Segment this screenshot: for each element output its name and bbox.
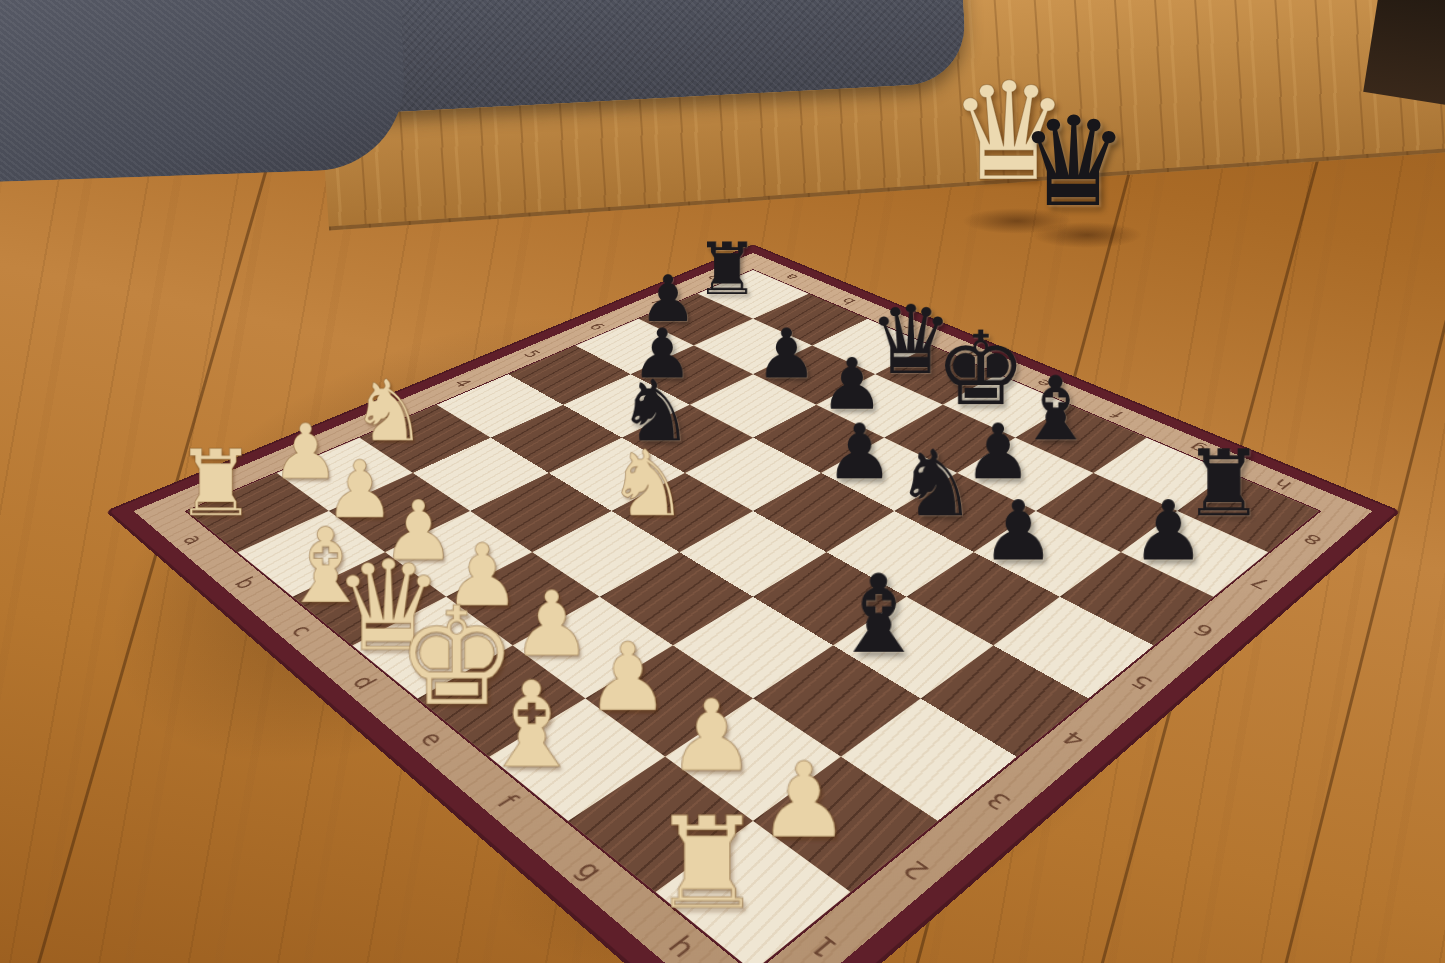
white-pawn-h2[interactable]: ♟ — [757, 748, 851, 852]
black-bishop-g4[interactable]: ♝ — [830, 561, 927, 670]
captured-black-queen[interactable]: ♛ — [1018, 100, 1129, 224]
black-pawn-e6[interactable]: ♟ — [825, 414, 893, 490]
square-d4[interactable]: ♞ — [612, 473, 753, 552]
white-rook-h1[interactable]: ♜ — [650, 800, 764, 927]
black-knight-f6[interactable]: ♞ — [895, 438, 977, 530]
white-knight-d4[interactable]: ♞ — [607, 438, 689, 530]
white-pawn-f2[interactable]: ♟ — [586, 630, 671, 724]
white-pawn-g2[interactable]: ♟ — [667, 686, 756, 785]
black-rook-a8[interactable]: ♜ — [695, 233, 759, 305]
black-king-e8[interactable]: ♚ — [935, 318, 1026, 420]
white-rook-a1[interactable]: ♜ — [175, 438, 257, 530]
photo-scene: ♜♛♚♝♜♟♟♟♟♟♟♟♞♟♞♞♝♞♟♟♟♟♟♟♟♟♜♝♛♚♝♜ aa11bb2… — [0, 0, 1445, 963]
black-pawn-c7[interactable]: ♟ — [756, 320, 817, 389]
black-pawn-h7[interactable]: ♟ — [1131, 490, 1205, 573]
sofa-arm-cushion — [0, 0, 407, 182]
black-pawn-g6[interactable]: ♟ — [981, 490, 1055, 573]
white-knight-a3[interactable]: ♞ — [351, 369, 427, 454]
table-corner-shadow — [1363, 0, 1445, 107]
white-bishop-f1[interactable]: ♝ — [478, 666, 585, 785]
chess-board: ♜♛♚♝♜♟♟♟♟♟♟♟♞♟♞♞♝♞♟♟♟♟♟♟♟♟♜♝♛♚♝♜ aa11bb2… — [105, 244, 1400, 963]
